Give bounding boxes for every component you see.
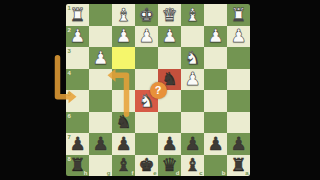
square-d3[interactable] [158, 47, 181, 69]
square-h1[interactable]: 1♜ [66, 4, 89, 26]
chess-board: 1♜♝♚♛♝♜2♟♟♟♟♟♟3♟♞4♞♟5♞6♞7♟♟♟♟♟♟♟8h♜gf♝e♚… [66, 4, 250, 176]
square-b3[interactable] [204, 47, 227, 69]
square-e7[interactable] [135, 133, 158, 155]
black-knight[interactable]: ♞ [112, 112, 135, 134]
square-h6[interactable]: 6 [66, 112, 89, 134]
square-d7[interactable]: ♟ [158, 133, 181, 155]
square-d6[interactable] [158, 112, 181, 134]
square-g5[interactable] [89, 90, 112, 112]
square-f6[interactable]: ♞ [112, 112, 135, 134]
square-g6[interactable] [89, 112, 112, 134]
white-pawn[interactable]: ♟ [204, 26, 227, 48]
square-a4[interactable] [227, 69, 250, 91]
square-e5[interactable]: ♞ [135, 90, 158, 112]
square-d8[interactable]: d♛ [158, 155, 181, 177]
white-rook[interactable]: ♜ [227, 4, 250, 26]
square-a1[interactable]: ♜ [227, 4, 250, 26]
rank-label-6: 6 [68, 113, 71, 119]
file-label-b: b [222, 170, 226, 176]
black-pawn[interactable]: ♟ [89, 133, 112, 155]
square-f3[interactable] [112, 47, 135, 69]
white-pawn[interactable]: ♟ [227, 26, 250, 48]
rank-label-5: 5 [68, 91, 71, 97]
screenshot-frame: 1♜♝♚♛♝♜2♟♟♟♟♟♟3♟♞4♞♟5♞6♞7♟♟♟♟♟♟♟8h♜gf♝e♚… [0, 0, 320, 180]
square-e8[interactable]: e♚ [135, 155, 158, 177]
square-d5[interactable] [158, 90, 181, 112]
square-e3[interactable] [135, 47, 158, 69]
square-h8[interactable]: 8h♜ [66, 155, 89, 177]
white-pawn[interactable]: ♟ [112, 26, 135, 48]
square-a3[interactable] [227, 47, 250, 69]
black-pawn[interactable]: ♟ [66, 133, 89, 155]
white-pawn[interactable]: ♟ [135, 26, 158, 48]
square-f8[interactable]: f♝ [112, 155, 135, 177]
square-h5[interactable]: 5 [66, 90, 89, 112]
square-d4[interactable]: ♞ [158, 69, 181, 91]
square-b2[interactable]: ♟ [204, 26, 227, 48]
white-bishop[interactable]: ♝ [181, 4, 204, 26]
square-b4[interactable] [204, 69, 227, 91]
square-d1[interactable]: ♛ [158, 4, 181, 26]
square-e4[interactable] [135, 69, 158, 91]
black-king[interactable]: ♚ [135, 155, 158, 177]
square-g3[interactable]: ♟ [89, 47, 112, 69]
white-knight[interactable]: ♞ [181, 47, 204, 69]
black-rook[interactable]: ♜ [66, 155, 89, 177]
square-h2[interactable]: 2♟ [66, 26, 89, 48]
square-a2[interactable]: ♟ [227, 26, 250, 48]
white-pawn[interactable]: ♟ [158, 26, 181, 48]
square-h3[interactable]: 3 [66, 47, 89, 69]
square-g7[interactable]: ♟ [89, 133, 112, 155]
white-queen[interactable]: ♛ [158, 4, 181, 26]
rank-label-3: 3 [68, 48, 71, 54]
black-knight[interactable]: ♞ [158, 69, 181, 91]
square-f7[interactable]: ♟ [112, 133, 135, 155]
square-g1[interactable] [89, 4, 112, 26]
square-b5[interactable] [204, 90, 227, 112]
white-rook[interactable]: ♜ [66, 4, 89, 26]
square-e2[interactable]: ♟ [135, 26, 158, 48]
square-c7[interactable]: ♟ [181, 133, 204, 155]
white-pawn[interactable]: ♟ [89, 47, 112, 69]
square-c3[interactable]: ♞ [181, 47, 204, 69]
white-bishop[interactable]: ♝ [112, 4, 135, 26]
square-c2[interactable] [181, 26, 204, 48]
black-queen[interactable]: ♛ [158, 155, 181, 177]
square-a5[interactable] [227, 90, 250, 112]
square-f2[interactable]: ♟ [112, 26, 135, 48]
black-bishop[interactable]: ♝ [112, 155, 135, 177]
square-h4[interactable]: 4 [66, 69, 89, 91]
square-g8[interactable]: g [89, 155, 112, 177]
white-pawn[interactable]: ♟ [181, 69, 204, 91]
black-rook[interactable]: ♜ [227, 155, 250, 177]
white-king[interactable]: ♚ [135, 4, 158, 26]
black-pawn[interactable]: ♟ [204, 133, 227, 155]
square-c5[interactable] [181, 90, 204, 112]
square-b7[interactable]: ♟ [204, 133, 227, 155]
square-e1[interactable]: ♚ [135, 4, 158, 26]
file-label-g: g [107, 170, 111, 176]
square-d2[interactable]: ♟ [158, 26, 181, 48]
square-c1[interactable]: ♝ [181, 4, 204, 26]
square-a7[interactable]: ♟ [227, 133, 250, 155]
black-pawn[interactable]: ♟ [181, 133, 204, 155]
square-g2[interactable] [89, 26, 112, 48]
square-h7[interactable]: 7♟ [66, 133, 89, 155]
black-pawn[interactable]: ♟ [158, 133, 181, 155]
square-a6[interactable] [227, 112, 250, 134]
rank-label-4: 4 [68, 70, 71, 76]
square-c8[interactable]: c♝ [181, 155, 204, 177]
square-g4[interactable] [89, 69, 112, 91]
black-pawn[interactable]: ♟ [112, 133, 135, 155]
square-b8[interactable]: b [204, 155, 227, 177]
square-f1[interactable]: ♝ [112, 4, 135, 26]
square-a8[interactable]: a♜ [227, 155, 250, 177]
square-c6[interactable] [181, 112, 204, 134]
square-b6[interactable] [204, 112, 227, 134]
black-bishop[interactable]: ♝ [181, 155, 204, 177]
black-pawn[interactable]: ♟ [227, 133, 250, 155]
square-b1[interactable] [204, 4, 227, 26]
white-knight[interactable]: ♞ [135, 90, 158, 112]
square-f4[interactable] [112, 69, 135, 91]
square-f5[interactable] [112, 90, 135, 112]
square-e6[interactable] [135, 112, 158, 134]
square-c4[interactable]: ♟ [181, 69, 204, 91]
white-pawn[interactable]: ♟ [66, 26, 89, 48]
